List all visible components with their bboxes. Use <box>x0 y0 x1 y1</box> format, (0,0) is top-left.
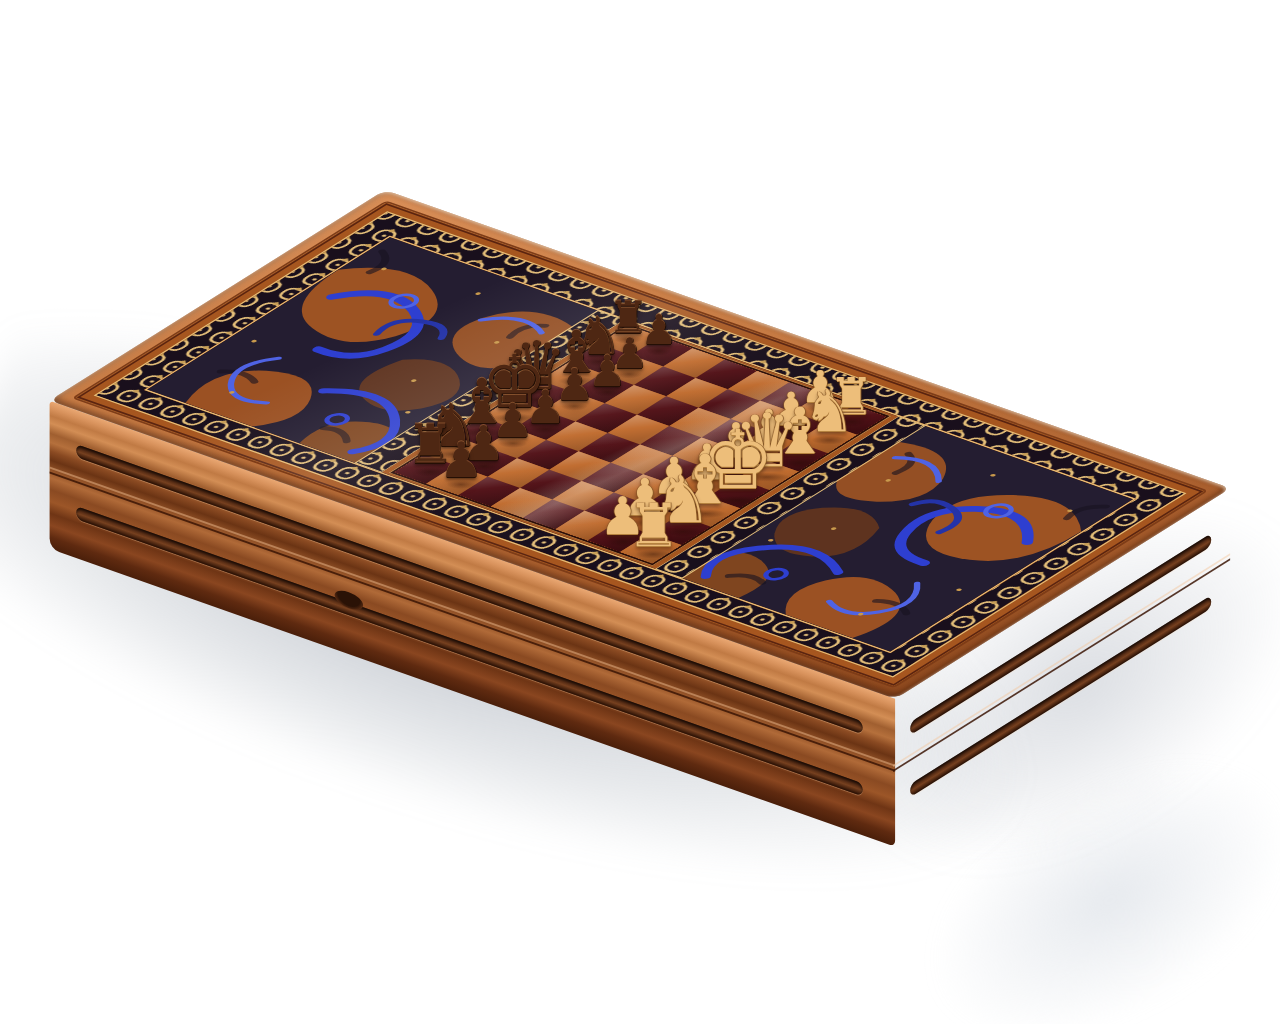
piece-contact-shadow <box>531 424 560 433</box>
piece-contact-shadow <box>594 387 621 396</box>
piece-black-pawn[interactable]: ♟ <box>439 436 483 485</box>
piece-contact-shadow <box>446 480 476 489</box>
black-pawn-glyph: ♟ <box>439 436 483 485</box>
white-rook-glyph: ♜ <box>627 494 681 554</box>
studio-photo: ♜♟♟♜♞♟♟♞♝♟♟♝♛♟♟♛♚♟♟♚♝♟♟♝♞♟♟♞♜♟♟♜ <box>0 0 1280 1024</box>
piece-white-rook[interactable]: ♜ <box>627 494 681 554</box>
piece-contact-shadow <box>646 347 671 356</box>
piece-contact-shadow <box>635 549 672 558</box>
